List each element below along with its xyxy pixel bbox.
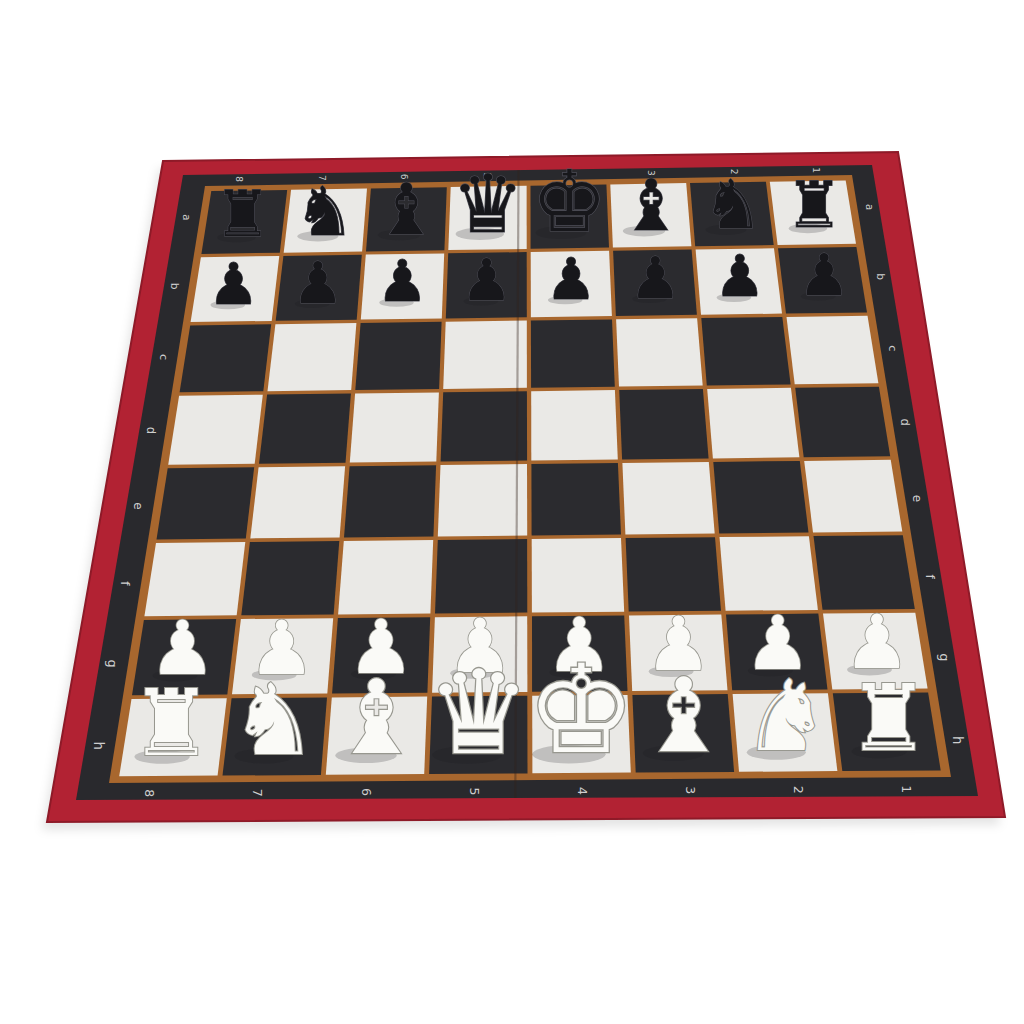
square-f4[interactable] — [622, 462, 714, 534]
square-a6[interactable] — [180, 324, 272, 392]
piece-black-knight-b8[interactable]: ♞ — [294, 172, 355, 251]
label-bottom-7: 7 — [250, 789, 265, 797]
square-c6[interactable] — [355, 322, 441, 390]
label-right-e: e — [911, 495, 925, 502]
piece-white-knight-b1[interactable]: ♞ — [230, 663, 318, 777]
label-left-b: b — [168, 283, 181, 290]
square-f5[interactable] — [619, 389, 708, 459]
label-bottom-5: 5 — [467, 788, 482, 796]
square-g5[interactable] — [707, 388, 799, 459]
piece-black-pawn-a7[interactable]: ♟ — [208, 251, 260, 318]
square-a5[interactable] — [168, 395, 263, 465]
label-left-a: a — [181, 214, 193, 220]
label-right-c: c — [886, 345, 899, 351]
square-c4[interactable] — [344, 465, 436, 537]
square-c5[interactable] — [350, 392, 439, 462]
square-g4[interactable] — [713, 461, 808, 534]
square-b5[interactable] — [259, 394, 351, 464]
label-right-a: a — [864, 204, 876, 210]
piece-black-bishop-f8[interactable]: ♝ — [619, 164, 682, 247]
square-d4[interactable] — [438, 464, 527, 536]
label-left-h: h — [91, 741, 106, 749]
label-bottom-6: 6 — [359, 788, 374, 796]
label-left-g: g — [105, 659, 120, 667]
square-b4[interactable] — [250, 466, 345, 538]
label-right-b: b — [874, 273, 887, 280]
label-left-f: f — [118, 581, 133, 586]
square-h6[interactable] — [787, 316, 879, 385]
piece-black-bishop-c8[interactable]: ♝ — [374, 168, 437, 251]
label-left-d: d — [144, 427, 158, 434]
label-left-e: e — [131, 502, 145, 509]
square-g6[interactable] — [701, 317, 790, 386]
label-bottom-1: 1 — [899, 785, 914, 793]
label-right-d: d — [898, 418, 912, 425]
square-e6[interactable] — [531, 319, 615, 387]
piece-black-pawn-f7[interactable]: ♟ — [629, 245, 681, 312]
piece-black-pawn-c7[interactable]: ♟ — [376, 248, 428, 315]
square-a4[interactable] — [157, 467, 255, 539]
chess-board: 88aa77bb66cc55dd44ee33ff22gg11hh♜♞♝♛♚♝♞♜… — [0, 0, 1024, 1024]
piece-white-bishop-c1[interactable]: ♝ — [330, 658, 422, 777]
photo-background: 88aa77bb66cc55dd44ee33ff22gg11hh♜♞♝♛♚♝♞♜… — [0, 0, 1024, 1024]
square-e4[interactable] — [531, 463, 621, 535]
piece-black-king-e8[interactable]: ♚ — [531, 152, 607, 251]
piece-white-bishop-f1[interactable]: ♝ — [638, 656, 730, 775]
piece-white-queen-d1[interactable]: ♛ — [427, 645, 531, 780]
square-b6[interactable] — [268, 323, 357, 391]
label-right-f: f — [923, 575, 938, 580]
label-right-g: g — [937, 653, 952, 661]
square-e5[interactable] — [531, 390, 618, 460]
piece-white-king-e1[interactable]: ♚ — [526, 639, 636, 781]
piece-black-pawn-d7[interactable]: ♟ — [461, 247, 513, 314]
square-h4[interactable] — [804, 460, 902, 533]
label-bottom-8: 8 — [142, 789, 157, 797]
piece-black-rook-h8[interactable]: ♜ — [786, 168, 843, 242]
label-bottom-4: 4 — [575, 787, 590, 795]
piece-white-rook-a1[interactable]: ♜ — [130, 669, 213, 777]
piece-black-pawn-e7[interactable]: ♟ — [545, 246, 597, 313]
square-d6[interactable] — [443, 321, 527, 389]
square-f6[interactable] — [616, 318, 703, 386]
piece-black-pawn-g7[interactable]: ♟ — [714, 243, 766, 310]
label-bottom-3: 3 — [683, 786, 698, 794]
piece-black-queen-d8[interactable]: ♛ — [452, 157, 524, 251]
piece-black-pawn-b7[interactable]: ♟ — [292, 250, 344, 317]
label-left-c: c — [157, 354, 170, 360]
piece-white-knight-g1[interactable]: ♞ — [742, 659, 830, 773]
piece-white-rook-h1[interactable]: ♜ — [847, 664, 930, 772]
square-d5[interactable] — [441, 391, 527, 461]
piece-black-knight-g8[interactable]: ♞ — [702, 165, 763, 244]
piece-black-pawn-h7[interactable]: ♟ — [798, 242, 850, 309]
square-h5[interactable] — [795, 387, 890, 458]
label-right-h: h — [950, 736, 965, 744]
piece-black-rook-a8[interactable]: ♜ — [214, 177, 271, 251]
label-bottom-2: 2 — [791, 786, 806, 794]
